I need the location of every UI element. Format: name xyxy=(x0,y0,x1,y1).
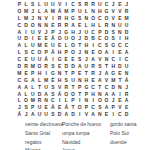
grid-cell[interactable]: V xyxy=(83,111,90,118)
grid-cell[interactable]: I xyxy=(43,70,50,77)
grid-cell[interactable]: J xyxy=(23,111,30,118)
grid-cell[interactable]: D xyxy=(56,111,63,118)
grid-cell[interactable]: G xyxy=(110,70,117,77)
grid-cell[interactable]: U xyxy=(43,111,50,118)
grid-cell[interactable]: E xyxy=(117,1,124,8)
grid-cell[interactable]: C xyxy=(103,1,110,8)
grid-cell[interactable]: M xyxy=(23,15,30,22)
grid-cell[interactable]: A xyxy=(103,70,110,77)
grid-cell[interactable]: N xyxy=(56,70,63,77)
grid-cell[interactable]: V xyxy=(103,77,110,84)
grid-cell[interactable]: O xyxy=(90,15,97,22)
grid-cell[interactable]: L xyxy=(16,15,23,22)
word-list-item: Santo Grial xyxy=(25,129,62,138)
grid-cell[interactable]: S xyxy=(50,63,57,70)
grid-cell[interactable]: M xyxy=(23,8,30,15)
grid-cell[interactable]: R xyxy=(123,8,130,15)
grid-cell[interactable]: T xyxy=(96,84,103,91)
word-list-item: Ponche de huevo xyxy=(62,120,110,129)
word-list-item: veinte diecinueve xyxy=(25,120,62,129)
grid-cell[interactable]: N xyxy=(83,15,90,22)
grid-cell[interactable]: D xyxy=(110,84,117,91)
grid-cell[interactable]: J xyxy=(123,1,130,8)
grid-cell[interactable]: R xyxy=(56,15,63,22)
word-list-column: Ponche de huevoumpa lumpaNavidadJesus xyxy=(62,120,110,150)
grid-cell[interactable]: I xyxy=(117,56,124,63)
grid-cell[interactable]: V xyxy=(117,8,124,15)
grid-cell[interactable]: A xyxy=(96,77,103,84)
grid-cell[interactable]: A xyxy=(76,63,83,70)
grid-cell[interactable]: P xyxy=(16,1,23,8)
grid-cell[interactable]: L xyxy=(96,22,103,29)
grid-cell[interactable]: T xyxy=(117,77,124,84)
grid-cell[interactable]: R xyxy=(63,22,70,29)
grid-cell[interactable]: A xyxy=(29,77,36,84)
grid-cell[interactable]: I xyxy=(76,111,83,118)
grid-cell[interactable]: S xyxy=(29,1,36,8)
grid-cell[interactable]: A xyxy=(43,8,50,15)
word-search-puzzle: PLSLUUVICSRRUCJEJOMJLAMÁMPULNHGVVRLMJNVI… xyxy=(0,0,150,150)
grid-cell[interactable]: E xyxy=(90,77,97,84)
grid-cell[interactable]: L xyxy=(36,77,43,84)
grid-cell[interactable]: J xyxy=(83,56,90,63)
grid-cell[interactable]: M xyxy=(110,77,117,84)
grid-cell[interactable]: N xyxy=(43,22,50,29)
grid-cell[interactable]: P xyxy=(70,70,77,77)
grid-cell[interactable]: C xyxy=(16,77,23,84)
grid-cell[interactable]: C xyxy=(103,84,110,91)
grid-cell[interactable]: O xyxy=(16,8,23,15)
grid-cell[interactable]: U xyxy=(96,1,103,8)
grid-cell[interactable]: D xyxy=(23,22,30,29)
grid-cell[interactable]: U xyxy=(123,22,130,29)
grid-cell[interactable]: G xyxy=(70,15,77,22)
grid-cell[interactable]: L xyxy=(36,1,43,8)
grid-cell[interactable]: E xyxy=(23,56,30,63)
grid-cell[interactable]: Á xyxy=(56,8,63,15)
grid-cell[interactable]: U xyxy=(123,63,130,70)
grid-cell[interactable]: S xyxy=(50,84,57,91)
word-list-item: Polo Sur xyxy=(110,129,148,138)
grid-cell[interactable]: C xyxy=(110,56,117,63)
grid-cell[interactable]: G xyxy=(23,77,30,84)
grid-cell[interactable]: G xyxy=(56,56,63,63)
grid-cell[interactable]: D xyxy=(70,63,77,70)
grid-cell[interactable]: H xyxy=(96,8,103,15)
grid-cell[interactable]: E xyxy=(63,56,70,63)
grid-cell[interactable]: M xyxy=(123,15,130,22)
word-search-grid: PLSLUUVICSRRUCJEJOMJLAMÁMPULNHGVVRLMJNVI… xyxy=(16,1,130,118)
grid-cell[interactable]: G xyxy=(103,8,110,15)
grid-cell[interactable]: N xyxy=(36,22,43,29)
grid-cell[interactable]: H xyxy=(83,77,90,84)
grid-cell[interactable]: I xyxy=(50,56,57,63)
grid-cell[interactable]: A xyxy=(29,111,36,118)
grid-cell[interactable]: A xyxy=(16,84,23,91)
grid-cell[interactable]: E xyxy=(117,70,124,77)
grid-cell[interactable]: J xyxy=(29,15,36,22)
grid-cell[interactable]: M xyxy=(63,8,70,15)
grid-cell[interactable]: C xyxy=(90,84,97,91)
grid-cell[interactable]: Á xyxy=(16,111,23,118)
grid-cell[interactable]: P xyxy=(76,84,83,91)
grid-cell[interactable]: U xyxy=(50,1,57,8)
grid-cell[interactable]: J xyxy=(123,84,130,91)
grid-cell[interactable]: R xyxy=(43,63,50,70)
word-list: veinte diecinueveSanto GrialregalosMúsic… xyxy=(25,120,148,150)
grid-cell[interactable]: G xyxy=(50,70,57,77)
grid-cell[interactable]: R xyxy=(56,22,63,29)
grid-cell[interactable]: E xyxy=(56,63,63,70)
grid-cell[interactable]: L xyxy=(83,8,90,15)
grid-cell[interactable]: N xyxy=(123,70,130,77)
grid-cell[interactable]: H xyxy=(36,70,43,77)
word-list-item: Música xyxy=(25,146,62,150)
grid-cell[interactable]: V xyxy=(43,15,50,22)
word-list-column: veinte diecinueveSanto GrialregalosMúsic… xyxy=(25,120,62,150)
grid-cell[interactable]: A xyxy=(70,22,77,29)
grid-cell[interactable]: M xyxy=(50,8,57,15)
grid-cell[interactable]: E xyxy=(23,70,30,77)
grid-cell[interactable]: S xyxy=(50,111,57,118)
grid-cell[interactable]: D xyxy=(63,63,70,70)
grid-cell[interactable]: S xyxy=(63,77,70,84)
grid-cell[interactable]: U xyxy=(43,84,50,91)
grid-cell[interactable]: C xyxy=(96,15,103,22)
grid-cell[interactable]: N xyxy=(90,8,97,15)
grid-cell[interactable]: S xyxy=(76,1,83,8)
grid-cell[interactable]: E xyxy=(76,22,83,29)
grid-cell[interactable]: R xyxy=(90,70,97,77)
grid-cell[interactable]: R xyxy=(90,1,97,8)
grid-cell[interactable]: I xyxy=(63,1,70,8)
grid-cell[interactable]: L xyxy=(36,8,43,15)
grid-cell[interactable]: E xyxy=(117,15,124,22)
grid-cell[interactable]: U xyxy=(70,77,77,84)
grid-cell[interactable]: U xyxy=(36,56,43,63)
grid-cell[interactable]: D xyxy=(70,111,77,118)
grid-cell[interactable]: R xyxy=(83,1,90,8)
grid-cell[interactable]: L xyxy=(83,22,90,29)
grid-cell[interactable]: O xyxy=(36,63,43,70)
grid-cell[interactable]: S xyxy=(76,56,83,63)
grid-cell[interactable]: N xyxy=(117,84,124,91)
grid-cell[interactable]: R xyxy=(90,63,97,70)
grid-cell[interactable]: I xyxy=(50,15,57,22)
grid-cell[interactable]: R xyxy=(23,63,30,70)
grid-cell[interactable]: M xyxy=(16,70,23,77)
grid-cell[interactable]: E xyxy=(70,56,77,63)
grid-cell[interactable]: P xyxy=(29,70,36,77)
grid-cell[interactable]: C xyxy=(117,111,124,118)
grid-cell[interactable]: U xyxy=(117,22,124,29)
grid-cell[interactable]: O xyxy=(29,22,36,29)
grid-cell[interactable]: T xyxy=(70,84,77,91)
grid-cell[interactable]: N xyxy=(110,22,117,29)
grid-cell[interactable]: Á xyxy=(43,56,50,63)
grid-cell[interactable]: E xyxy=(50,22,57,29)
grid-cell[interactable]: A xyxy=(90,56,97,63)
grid-cell[interactable]: V xyxy=(110,15,117,22)
grid-cell[interactable]: D xyxy=(123,111,130,118)
grid-cell[interactable]: D xyxy=(117,63,124,70)
grid-cell[interactable]: C xyxy=(123,56,130,63)
grid-cell[interactable]: H xyxy=(110,63,117,70)
grid-cell[interactable]: T xyxy=(83,70,90,77)
grid-cell[interactable]: É xyxy=(50,77,57,84)
grid-cell[interactable]: V xyxy=(56,84,63,91)
grid-cell[interactable]: V xyxy=(110,8,117,15)
grid-cell[interactable]: N xyxy=(103,56,110,63)
grid-cell[interactable]: H xyxy=(90,22,97,29)
grid-cell[interactable]: R xyxy=(103,22,110,29)
grid-cell[interactable]: C xyxy=(16,22,23,29)
word-list-item: regalos xyxy=(25,138,62,147)
word-list-item: gordo santa xyxy=(110,120,148,129)
grid-cell[interactable]: G xyxy=(83,84,90,91)
word-list-item: Navidad xyxy=(62,138,110,147)
grid-cell[interactable]: C xyxy=(16,56,23,63)
grid-cell[interactable]: D xyxy=(16,63,23,70)
grid-cell[interactable]: O xyxy=(103,15,110,22)
grid-cell[interactable]: V xyxy=(96,56,103,63)
grid-cell[interactable]: H xyxy=(63,15,70,22)
grid-cell[interactable]: L xyxy=(23,1,30,8)
grid-cell[interactable]: C xyxy=(70,1,77,8)
grid-cell[interactable]: T xyxy=(63,70,70,77)
grid-cell[interactable]: S xyxy=(96,63,103,70)
grid-cell[interactable]: U xyxy=(83,63,90,70)
grid-cell[interactable]: Á xyxy=(123,77,130,84)
grid-cell[interactable]: U xyxy=(36,111,43,118)
grid-cell[interactable]: A xyxy=(63,111,70,118)
grid-cell[interactable]: S xyxy=(76,15,83,22)
grid-cell[interactable]: J xyxy=(110,1,117,8)
grid-cell[interactable]: T xyxy=(36,84,43,91)
grid-cell[interactable]: E xyxy=(76,70,83,77)
grid-cell[interactable]: T xyxy=(103,63,110,70)
grid-cell[interactable]: U xyxy=(43,1,50,8)
grid-cell[interactable]: J xyxy=(29,8,36,15)
grid-cell[interactable]: E xyxy=(103,111,110,118)
word-list-item: duende xyxy=(110,138,148,147)
grid-cell[interactable]: N xyxy=(36,15,43,22)
grid-cell[interactable]: L xyxy=(29,84,36,91)
grid-cell[interactable]: N xyxy=(76,77,83,84)
grid-cell[interactable]: U xyxy=(29,56,36,63)
grid-cell[interactable]: P xyxy=(70,8,77,15)
grid-cell[interactable]: A xyxy=(90,111,97,118)
grid-cell[interactable]: R xyxy=(63,84,70,91)
word-list-column: gordo santaPolo Surduende xyxy=(110,120,148,150)
grid-cell[interactable]: U xyxy=(76,8,83,15)
grid-cell[interactable]: H xyxy=(56,77,63,84)
grid-cell[interactable]: N xyxy=(96,111,103,118)
grid-cell[interactable]: M xyxy=(43,77,50,84)
word-list-item: umpa lumpa xyxy=(62,129,110,138)
grid-cell[interactable]: V xyxy=(56,1,63,8)
grid-cell[interactable]: A xyxy=(23,84,30,91)
word-list-item: Jesus xyxy=(62,146,110,150)
grid-cell[interactable]: M xyxy=(29,63,36,70)
grid-cell[interactable]: J xyxy=(96,70,103,77)
grid-cell[interactable]: I xyxy=(110,111,117,118)
